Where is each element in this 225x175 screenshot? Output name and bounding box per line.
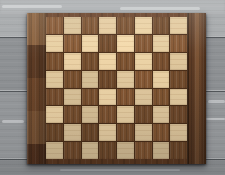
square-g3	[153, 106, 170, 123]
square-f1	[135, 142, 152, 159]
square-e6	[117, 53, 134, 70]
square-b1	[64, 142, 81, 159]
square-d7	[99, 35, 116, 52]
square-a6	[46, 53, 63, 70]
paint-streak	[2, 5, 62, 8]
square-d6	[99, 53, 116, 70]
square-b3	[64, 106, 81, 123]
square-d3	[99, 106, 116, 123]
board-left-rail	[27, 13, 46, 164]
square-g8	[153, 17, 170, 34]
square-g6	[153, 53, 170, 70]
square-g1	[153, 142, 170, 159]
square-e3	[117, 106, 134, 123]
square-h5	[170, 71, 187, 88]
square-a8	[46, 17, 63, 34]
square-g2	[153, 124, 170, 141]
square-c8	[82, 17, 99, 34]
square-h8	[170, 17, 187, 34]
square-c6	[82, 53, 99, 70]
board-bottom-frame	[46, 159, 187, 164]
square-b2	[64, 124, 81, 141]
board-center	[46, 13, 187, 164]
paint-streak	[2, 120, 24, 123]
board-grid	[46, 17, 187, 159]
square-e5	[117, 71, 134, 88]
square-d8	[99, 17, 116, 34]
square-c4	[82, 89, 99, 106]
paint-streak	[208, 100, 225, 103]
square-b5	[64, 71, 81, 88]
square-h7	[170, 35, 187, 52]
square-f5	[135, 71, 152, 88]
square-a7	[46, 35, 63, 52]
square-c2	[82, 124, 99, 141]
paint-streak	[206, 118, 225, 120]
square-e7	[117, 35, 134, 52]
square-c3	[82, 106, 99, 123]
square-f8	[135, 17, 152, 34]
square-b4	[64, 89, 81, 106]
square-c5	[82, 71, 99, 88]
square-e1	[117, 142, 134, 159]
square-a4	[46, 89, 63, 106]
paint-streak	[120, 7, 200, 10]
square-h1	[170, 142, 187, 159]
square-g7	[153, 35, 170, 52]
chess-board	[27, 13, 206, 164]
square-a1	[46, 142, 63, 159]
square-h4	[170, 89, 187, 106]
square-c7	[82, 35, 99, 52]
square-g5	[153, 71, 170, 88]
square-g4	[153, 89, 170, 106]
square-e2	[117, 124, 134, 141]
square-c1	[82, 142, 99, 159]
square-e8	[117, 17, 134, 34]
photo-scene	[0, 0, 225, 175]
paint-streak	[60, 169, 180, 171]
square-h6	[170, 53, 187, 70]
square-h2	[170, 124, 187, 141]
square-a2	[46, 124, 63, 141]
square-d5	[99, 71, 116, 88]
square-h3	[170, 106, 187, 123]
square-a5	[46, 71, 63, 88]
board-right-rail	[187, 13, 206, 164]
square-a3	[46, 106, 63, 123]
square-d2	[99, 124, 116, 141]
square-d1	[99, 142, 116, 159]
square-f7	[135, 35, 152, 52]
square-f6	[135, 53, 152, 70]
square-f4	[135, 89, 152, 106]
square-d4	[99, 89, 116, 106]
square-b7	[64, 35, 81, 52]
square-e4	[117, 89, 134, 106]
square-f3	[135, 106, 152, 123]
square-b8	[64, 17, 81, 34]
square-b6	[64, 53, 81, 70]
square-f2	[135, 124, 152, 141]
